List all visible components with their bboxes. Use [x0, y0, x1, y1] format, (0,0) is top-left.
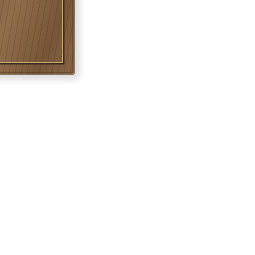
board-playing-field — [0, 0, 62, 62]
board-border — [0, 0, 75, 75]
product-photo-scene — [0, 0, 255, 255]
